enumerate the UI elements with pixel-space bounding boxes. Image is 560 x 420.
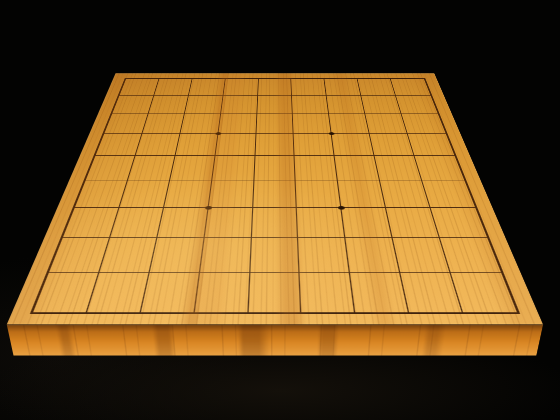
board-square: [135, 134, 180, 156]
board-square: [248, 273, 302, 312]
board-square: [297, 208, 346, 239]
board-square: [63, 208, 120, 239]
board-square: [148, 95, 188, 113]
board-square: [440, 238, 501, 273]
board-square: [112, 95, 154, 113]
board-square: [300, 273, 355, 312]
board-square: [386, 208, 440, 239]
star-point: [329, 132, 335, 135]
board-square: [325, 79, 362, 96]
board-square: [218, 114, 257, 134]
board-square: [256, 114, 294, 134]
board-square: [49, 238, 110, 273]
star-point: [338, 206, 345, 210]
board-square: [149, 238, 204, 273]
board-square: [431, 208, 488, 239]
board-square: [380, 180, 431, 207]
star-point: [215, 132, 221, 135]
board-square: [253, 180, 297, 207]
board-top-surface: [7, 73, 543, 324]
star-point: [205, 206, 212, 210]
board-square: [361, 95, 401, 113]
board-square: [119, 180, 170, 207]
board-square: [396, 95, 438, 113]
board-square: [402, 114, 446, 134]
board-square: [375, 156, 422, 180]
board-square: [255, 134, 295, 156]
board-square: [212, 156, 255, 180]
board-square: [194, 273, 249, 312]
board-square: [401, 273, 463, 312]
board-square: [104, 114, 148, 134]
board-square: [250, 238, 300, 273]
board-square: [87, 273, 149, 312]
board-square: [338, 180, 386, 207]
perspective-scene: [0, 0, 560, 420]
board-square: [86, 156, 136, 180]
board-square: [358, 79, 396, 96]
board-square: [335, 156, 380, 180]
board-square: [75, 180, 128, 207]
board-square: [110, 208, 164, 239]
board-square: [215, 134, 256, 156]
board-square: [292, 79, 327, 96]
board-square: [257, 95, 293, 113]
board-square: [223, 79, 258, 96]
board-square: [208, 180, 254, 207]
board-square: [200, 238, 252, 273]
board-square: [329, 114, 370, 134]
board-square: [295, 156, 338, 180]
board-square: [327, 95, 366, 113]
board-square: [393, 238, 451, 273]
board-square: [119, 79, 159, 96]
board-square: [370, 134, 415, 156]
board-square: [175, 134, 218, 156]
board-square: [95, 134, 142, 156]
board-square: [157, 208, 208, 239]
board-square: [292, 95, 329, 113]
board-square: [128, 156, 175, 180]
board-square: [189, 79, 226, 96]
board-square: [346, 238, 401, 273]
board-square: [170, 156, 215, 180]
board-square: [251, 208, 298, 239]
board-square: [350, 273, 409, 312]
board-square: [154, 79, 192, 96]
board-square: [391, 79, 431, 96]
board-square: [204, 208, 253, 239]
board-square: [164, 180, 212, 207]
board-square: [99, 238, 157, 273]
board-square: [422, 180, 475, 207]
board-square: [185, 95, 224, 113]
board-square: [258, 79, 293, 96]
photo-background: [0, 0, 560, 420]
board-square: [33, 273, 99, 312]
board-square: [141, 273, 200, 312]
board-square: [299, 238, 351, 273]
board-square: [293, 114, 332, 134]
board-square: [415, 156, 465, 180]
board-square: [180, 114, 221, 134]
board-square: [254, 156, 296, 180]
board-square: [342, 208, 393, 239]
shogi-board: [7, 73, 543, 324]
board-square: [365, 114, 407, 134]
board-square: [142, 114, 184, 134]
board-grid: [30, 78, 520, 314]
board-square: [408, 134, 455, 156]
board-square: [221, 95, 258, 113]
board-front-face: [7, 325, 543, 356]
board-square: [296, 180, 342, 207]
board-square: [332, 134, 375, 156]
board-square: [451, 273, 517, 312]
board-square: [294, 134, 335, 156]
